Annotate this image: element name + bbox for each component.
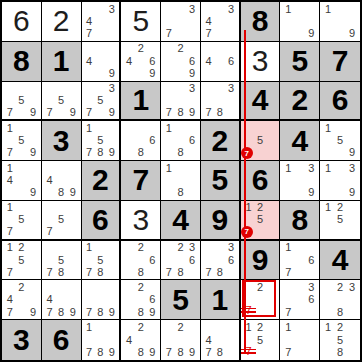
candidate-8: 8 [55,266,67,278]
candidate-8: 8 [95,147,106,159]
candidate-3: 3 [186,242,198,254]
cell-r1c8[interactable]: 19 [280,2,320,42]
cell-r8c8[interactable]: 367 [280,280,320,320]
cell-r9c7[interactable]: 1257 [241,320,281,360]
sudoku-app: 6234753734781919814924692694635757957935… [0,0,362,362]
cell-r3c5[interactable]: 3789 [161,82,201,122]
chain-candidate-marker: 7 [241,147,253,159]
cell-r2c8[interactable]: 5 [280,42,320,82]
candidate-7: 7 [84,346,95,359]
cell-r1c5[interactable]: 37 [161,2,201,42]
cell-r8c2[interactable]: 4789 [42,280,82,320]
candidate-5: 5 [254,334,266,347]
candidate-4: 4 [84,15,95,27]
cell-r1c4[interactable]: 5 [121,2,161,42]
candidate-3: 3 [106,3,117,15]
cell-r6c4[interactable]: 3 [121,201,161,241]
cell-r9c4[interactable]: 2489 [121,320,161,360]
candidate-grid: 57 [44,202,79,238]
cell-r7c6[interactable]: 3678 [201,241,241,281]
candidate-3: 3 [225,3,236,15]
cell-value: 4 [241,82,280,120]
cell-r5c1[interactable]: 149 [2,161,42,201]
candidate-7: 7 [203,106,214,118]
candidate-grid: 167 [282,242,317,279]
candidate-5: 5 [16,214,28,226]
cell-r5c8[interactable]: 139 [280,161,320,201]
candidate-grid: 149 [4,162,39,199]
candidate-grid: 139 [282,162,317,199]
cell-r5c9[interactable]: 139 [320,161,360,201]
candidate-7: 7 [44,266,56,278]
candidate-6: 6 [225,254,236,266]
cell-value: 3 [2,320,41,360]
candidate-grid: 46 [203,43,237,80]
cell-value: 4 [320,241,360,280]
candidate-6: 6 [186,55,198,67]
candidate-7: 7 [84,106,95,118]
cell-value: 7 [320,42,360,81]
candidate-1: 1 [4,242,16,254]
cell-r2c4[interactable]: 2469 [121,42,161,82]
candidate-grid: 3579 [84,83,118,119]
candidate-5: 5 [334,135,346,147]
chain-candidate-marker: 7 [241,226,253,238]
cell-r3c9[interactable]: 6 [320,82,360,122]
cell-r4c6[interactable]: 2 [201,121,241,161]
cell-r5c5[interactable]: 18 [161,161,201,201]
cell-r9c9[interactable]: 1258 [320,320,360,360]
candidate-5: 5 [55,254,67,266]
candidate-grid: 2489 [123,321,158,359]
candidate-grid: 49 [84,43,118,80]
candidate-9: 9 [27,147,39,159]
cell-value: 9 [241,241,280,280]
candidate-5: 5 [16,254,28,266]
candidate-4: 4 [203,334,214,347]
cell-r6c5[interactable]: 4 [161,201,201,241]
cell-r9c2[interactable]: 6 [42,320,82,360]
candidate-3: 3 [186,83,198,95]
cell-value: 4 [280,121,319,160]
candidate-1: 1 [282,3,294,15]
candidate-2: 2 [175,43,187,55]
candidate-4: 4 [123,334,135,347]
candidate-3: 3 [225,83,236,95]
cell-r3c6[interactable]: 378 [201,82,241,122]
candidate-2: 2 [16,242,28,254]
candidate-1: 1 [282,321,294,334]
candidate-4: 4 [203,55,214,67]
candidate-8: 8 [95,346,106,359]
candidate-5: 5 [254,135,266,147]
cell-r1c6[interactable]: 347 [201,2,241,42]
candidate-6: 6 [225,55,236,67]
candidate-3: 3 [306,281,318,293]
cell-r3c3[interactable]: 3579 [82,82,122,122]
candidate-9: 9 [306,187,318,199]
candidate-2: 2 [135,321,147,334]
candidate-grid: 17 [282,321,317,359]
candidate-6: 6 [147,254,159,266]
cell-r1c9[interactable]: 19 [320,2,360,42]
cell-r7c9[interactable]: 4 [320,241,360,281]
candidate-grid: 139 [322,162,358,199]
candidate-7: 7 [4,106,16,118]
cell-value: 5 [280,42,319,81]
candidate-1: 1 [322,321,334,334]
candidate-grid: 347 [203,3,237,40]
candidate-1: 1 [4,162,16,174]
cell-value: 6 [82,201,120,239]
candidate-4: 4 [4,174,16,186]
candidate-8: 8 [214,266,225,278]
candidate-8: 8 [175,346,187,359]
candidate-7: 7 [282,266,294,278]
cell-value: 6 [320,82,360,120]
cell-r6c3[interactable]: 6 [82,201,122,241]
candidate-5: 5 [254,214,266,226]
candidate-3: 3 [306,162,318,174]
candidate-4: 4 [123,55,135,67]
candidate-5: 5 [55,94,67,106]
candidate-6: 6 [186,135,198,147]
cell-value: 3 [241,42,280,81]
candidate-9: 9 [106,106,117,118]
cell-r7c3[interactable]: 1578 [82,241,122,281]
candidate-2: 2 [254,202,266,214]
cell-r2c7[interactable]: 3 [241,42,281,82]
cell-r2c5[interactable]: 269 [161,42,201,82]
candidate-grid: 15789 [84,122,118,159]
cell-value: 3 [121,201,160,239]
candidate-1: 1 [282,242,294,254]
cell-value: 1 [201,280,239,319]
candidate-8: 8 [334,346,346,359]
cell-r8c4[interactable]: 2689 [121,280,161,320]
cell-r4c2[interactable]: 3 [42,121,82,161]
eliminated-candidate: 7 [243,345,255,358]
cell-r6c1[interactable]: 157 [2,201,42,241]
candidate-grid: 159 [322,122,358,159]
candidate-6: 6 [147,135,159,147]
candidate-2: 2 [175,321,187,334]
candidate-grid: 18 [163,162,198,199]
candidate-1: 1 [163,162,175,174]
candidate-5: 5 [55,214,67,226]
cell-value: 6 [42,320,81,360]
cell-r4c3[interactable]: 15789 [82,121,122,161]
candidate-6: 6 [147,294,159,306]
candidate-grid: 1579 [4,122,39,159]
cell-r2c9[interactable]: 7 [320,42,360,82]
candidate-2: 2 [135,242,147,254]
candidate-grid: 238 [322,281,358,318]
candidate-grid: 489 [44,162,79,199]
cell-r5c3[interactable]: 2 [82,161,122,201]
cell-value: 6 [241,161,280,200]
candidate-grid: 269 [163,43,198,80]
candidate-1: 1 [322,162,334,174]
candidate-8: 8 [334,306,346,318]
candidate-9: 9 [106,67,117,79]
cell-r4c9[interactable]: 159 [320,121,360,161]
cell-value: 8 [280,201,319,239]
candidate-8: 8 [95,306,106,318]
candidate-grid: 19 [322,3,358,40]
cell-r2c3[interactable]: 49 [82,42,122,82]
candidate-9: 9 [106,306,117,318]
cell-r7c7[interactable]: 9 [241,241,281,281]
cell-r2c1[interactable]: 8 [2,42,42,82]
candidate-1: 1 [322,202,334,214]
candidate-1: 1 [84,122,95,134]
cell-r4c7[interactable]: 57 [241,121,281,161]
candidate-3: 3 [225,242,236,254]
cell-r2c6[interactable]: 46 [201,42,241,82]
candidate-7: 7 [163,266,175,278]
candidate-grid: 68 [123,122,158,159]
cell-r3c7[interactable]: 4 [241,82,281,122]
sudoku-board: 6234753734781919814924692694635757957935… [0,0,362,362]
cell-r6c8[interactable]: 8 [280,201,320,241]
candidate-4: 4 [44,294,56,306]
cell-r3c4[interactable]: 1 [121,82,161,122]
candidate-1: 1 [243,321,255,334]
candidate-8: 8 [175,266,187,278]
candidate-7: 7 [203,28,214,40]
candidate-8: 8 [175,187,187,199]
candidate-2: 2 [254,321,266,334]
cell-value: 8 [2,42,41,81]
cell-r1c7[interactable]: 8 [241,2,281,42]
candidate-grid: 37 [163,3,198,40]
candidate-4: 4 [4,294,16,306]
candidate-grid: 1257 [4,242,39,279]
cell-r8c9[interactable]: 238 [320,280,360,320]
candidate-7: 7 [4,226,16,238]
cell-value: 7 [121,161,160,200]
candidate-7: 7 [84,266,95,278]
candidate-grid: 578 [44,242,79,279]
cell-r9c5[interactable]: 2789 [161,320,201,360]
candidate-7: 7 [4,266,16,278]
cell-value: 1 [121,82,160,120]
cell-r4c1[interactable]: 1579 [2,121,42,161]
candidate-2: 2 [135,281,147,293]
candidate-1: 1 [322,3,334,15]
candidate-9: 9 [306,28,318,40]
candidate-grid: 478 [203,321,237,359]
candidate-6: 6 [306,254,318,266]
cell-value: 2 [82,161,120,200]
cell-r9c6[interactable]: 478 [201,320,241,360]
candidate-7: 7 [44,306,56,318]
cell-r7c5[interactable]: 23678 [161,241,201,281]
candidate-6: 6 [186,254,198,266]
candidate-8: 8 [214,346,225,359]
candidate-3: 3 [346,281,358,293]
cell-r8c7[interactable]: 27 [241,280,281,320]
candidate-7: 7 [84,147,95,159]
candidate-9: 9 [186,67,198,79]
candidate-7: 7 [4,147,16,159]
candidate-8: 8 [55,306,67,318]
candidate-grid: 168 [163,122,198,159]
cell-r3c2[interactable]: 579 [42,82,82,122]
candidate-2: 2 [334,281,346,293]
cell-r1c2[interactable]: 2 [42,2,82,42]
cell-r7c1[interactable]: 1257 [2,241,42,281]
cell-r3c1[interactable]: 579 [2,82,42,122]
candidate-7: 7 [203,346,214,359]
candidate-6: 6 [147,55,159,67]
cell-r4c5[interactable]: 168 [161,121,201,161]
candidate-2: 2 [254,281,266,293]
candidate-2: 2 [135,43,147,55]
candidate-9: 9 [346,28,358,40]
cell-r8c5[interactable]: 5 [161,280,201,320]
candidate-grid: 789 [84,281,118,318]
candidate-grid: 19 [282,3,317,40]
candidate-9: 9 [106,147,117,159]
candidate-grid: 347 [84,3,118,40]
cell-r6c2[interactable]: 57 [42,201,82,241]
cell-r8c3[interactable]: 789 [82,280,122,320]
cell-r5c7[interactable]: 6 [241,161,281,201]
cell-r6c7[interactable]: 1257 [241,201,281,241]
candidate-8: 8 [135,306,147,318]
candidate-grid: 268 [123,242,158,279]
candidate-9: 9 [147,306,159,318]
candidate-1: 1 [243,202,255,214]
candidate-5: 5 [95,135,106,147]
candidate-5: 5 [16,135,28,147]
cell-r7c4[interactable]: 268 [121,241,161,281]
candidate-grid: 2469 [123,43,158,80]
candidate-1: 1 [282,162,294,174]
cell-r3c8[interactable]: 2 [280,82,320,122]
candidate-1: 1 [84,242,95,254]
cell-value: 2 [280,82,319,120]
eliminated-candidate: 7 [243,304,255,317]
candidate-7: 7 [44,226,56,238]
candidate-2: 2 [175,242,187,254]
candidate-9: 9 [186,346,198,359]
candidate-grid: 1578 [84,242,118,279]
cell-r8c1[interactable]: 2479 [2,280,42,320]
cell-value: 6 [2,2,41,41]
candidate-grid: 1789 [84,321,118,359]
candidate-8: 8 [95,266,106,278]
cell-r9c3[interactable]: 1789 [82,320,122,360]
candidate-9: 9 [186,106,198,118]
candidate-9: 9 [27,187,39,199]
candidate-grid: 2789 [163,321,198,359]
candidate-7: 7 [282,306,294,318]
candidate-grid: 1258 [322,321,358,359]
cell-value: 2 [42,2,81,41]
cell-r8c6[interactable]: 1 [201,280,241,320]
cell-r9c8[interactable]: 17 [280,320,320,360]
cell-r7c8[interactable]: 167 [280,241,320,281]
candidate-9: 9 [67,187,79,199]
candidate-8: 8 [135,147,147,159]
candidate-2: 2 [334,202,346,214]
candidate-7: 7 [163,28,175,40]
candidate-grid: 579 [4,83,39,119]
cell-r6c6[interactable]: 9 [201,201,241,241]
candidate-9: 9 [67,306,79,318]
cell-r5c4[interactable]: 7 [121,161,161,201]
candidate-grid: 3678 [203,242,237,279]
cell-r5c2[interactable]: 489 [42,161,82,201]
candidate-7: 7 [84,28,95,40]
candidate-1: 1 [163,122,175,134]
cell-r6c9[interactable]: 125 [320,201,360,241]
candidate-9: 9 [346,187,358,199]
candidate-3: 3 [186,3,198,15]
candidate-9: 9 [67,106,79,118]
cell-r1c1[interactable]: 6 [2,2,42,42]
candidate-9: 9 [106,346,117,359]
candidate-grid: 2479 [4,281,39,318]
candidate-grid: 157 [4,202,39,238]
candidate-8: 8 [175,147,187,159]
candidate-7: 7 [163,106,175,118]
candidate-7: 7 [84,306,95,318]
candidate-9: 9 [147,346,159,359]
candidate-1: 1 [4,202,16,214]
candidate-5: 5 [95,254,106,266]
candidate-grid: 125 [322,202,358,238]
cell-r4c4[interactable]: 68 [121,121,161,161]
candidate-1: 1 [84,321,95,334]
candidate-7: 7 [203,266,214,278]
candidate-grid: 2689 [123,281,158,318]
cell-r5c6[interactable]: 5 [201,161,241,201]
candidate-9: 9 [346,147,358,159]
candidate-7: 7 [163,346,175,359]
cell-value: 5 [121,2,160,41]
candidate-3: 3 [346,162,358,174]
cell-value: 3 [42,121,81,160]
candidate-7: 7 [4,306,16,318]
candidate-grid: 3789 [163,83,198,119]
candidate-4: 4 [84,55,95,67]
candidate-5: 5 [334,214,346,226]
cell-r7c2[interactable]: 578 [42,241,82,281]
cell-value: 9 [201,201,239,239]
candidate-6: 6 [306,294,318,306]
cell-r4c8[interactable]: 4 [280,121,320,161]
candidate-2: 2 [334,321,346,334]
candidate-4: 4 [44,174,56,186]
cell-value: 4 [161,201,200,239]
cell-r1c3[interactable]: 347 [82,2,122,42]
candidate-9: 9 [27,106,39,118]
candidate-8: 8 [135,266,147,278]
candidate-5: 5 [95,94,106,106]
cell-value: 1 [42,42,81,81]
cell-r9c1[interactable]: 3 [2,320,42,360]
candidate-7: 7 [282,346,294,359]
candidate-1: 1 [4,122,16,134]
cell-r2c2[interactable]: 1 [42,42,82,82]
candidate-1: 1 [322,122,334,134]
candidate-grid: 367 [282,281,317,318]
candidate-8: 8 [135,346,147,359]
